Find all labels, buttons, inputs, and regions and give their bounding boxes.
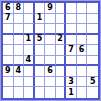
cell-r5c4[interactable] [35, 45, 46, 56]
cell-r6c5[interactable] [45, 56, 56, 67]
cell-r8c1[interactable] [3, 77, 14, 88]
cell-r6c3[interactable]: 4 [24, 56, 35, 67]
cell-r4c7[interactable] [66, 35, 77, 46]
cell-r7c7[interactable] [66, 66, 77, 77]
cell-r9c7[interactable]: 1 [66, 87, 77, 98]
cell-r2c6[interactable] [56, 14, 67, 25]
cell-r2c2[interactable] [14, 14, 25, 25]
cell-r3c4[interactable] [35, 24, 46, 35]
cell-r9c5[interactable] [45, 87, 56, 98]
cell-r7c8[interactable] [77, 66, 88, 77]
cell-r4c9[interactable] [87, 35, 98, 46]
cell-r3c7[interactable] [66, 24, 77, 35]
cell-r7c4[interactable] [35, 66, 46, 77]
cell-r3c8[interactable] [77, 24, 88, 35]
cell-r4c1[interactable] [3, 35, 14, 46]
cell-r4c6[interactable]: 2 [56, 35, 67, 46]
cell-r1c4[interactable] [35, 3, 46, 14]
cell-r6c2[interactable] [14, 56, 25, 67]
cell-r3c6[interactable] [56, 24, 67, 35]
cell-r2c9[interactable] [87, 14, 98, 25]
cell-r4c3[interactable]: 1 [24, 35, 35, 46]
cell-r1c3[interactable] [24, 3, 35, 14]
cell-r7c1[interactable]: 9 [3, 66, 14, 77]
cell-r1c7[interactable] [66, 3, 77, 14]
cell-r1c9[interactable] [87, 3, 98, 14]
cell-r1c2[interactable]: 8 [14, 3, 25, 14]
cell-r9c1[interactable] [3, 87, 14, 98]
cell-r5c1[interactable] [3, 45, 14, 56]
cell-r2c8[interactable] [77, 14, 88, 25]
cell-r9c6[interactable] [56, 87, 67, 98]
cell-r9c3[interactable] [24, 87, 35, 98]
cell-r3c9[interactable] [87, 24, 98, 35]
cell-r5c6[interactable] [56, 45, 67, 56]
cell-r8c5[interactable] [45, 77, 56, 88]
cell-r1c8[interactable] [77, 3, 88, 14]
cell-r1c1[interactable]: 6 [3, 3, 14, 14]
cell-r2c7[interactable] [66, 14, 77, 25]
cell-r4c4[interactable]: 5 [35, 35, 46, 46]
cell-r8c2[interactable] [14, 77, 25, 88]
cell-r2c5[interactable] [45, 14, 56, 25]
cell-r6c9[interactable] [87, 56, 98, 67]
cell-r2c4[interactable]: 1 [35, 14, 46, 25]
cell-r8c6[interactable] [56, 77, 67, 88]
cell-r5c2[interactable] [14, 45, 25, 56]
cell-r2c3[interactable] [24, 14, 35, 25]
cell-r7c5[interactable]: 6 [45, 66, 56, 77]
cell-r3c5[interactable] [45, 24, 56, 35]
sudoku-board: 68971152764946351 [1, 1, 100, 100]
cell-r4c5[interactable] [45, 35, 56, 46]
cell-r8c9[interactable]: 5 [87, 77, 98, 88]
cell-r8c8[interactable] [77, 77, 88, 88]
cell-r5c5[interactable] [45, 45, 56, 56]
cell-r5c9[interactable] [87, 45, 98, 56]
cell-r7c3[interactable] [24, 66, 35, 77]
cell-r7c9[interactable] [87, 66, 98, 77]
cell-r3c3[interactable] [24, 24, 35, 35]
cell-r6c8[interactable] [77, 56, 88, 67]
cell-r3c2[interactable] [14, 24, 25, 35]
cell-r9c2[interactable] [14, 87, 25, 98]
cell-r3c1[interactable] [3, 24, 14, 35]
cell-r8c3[interactable] [24, 77, 35, 88]
cell-r5c7[interactable]: 7 [66, 45, 77, 56]
cell-r6c4[interactable] [35, 56, 46, 67]
board-frame: 68971152764946351 [0, 0, 101, 101]
cell-r9c4[interactable] [35, 87, 46, 98]
cell-r6c1[interactable] [3, 56, 14, 67]
cell-r9c9[interactable] [87, 87, 98, 98]
cell-r4c2[interactable] [14, 35, 25, 46]
cell-r8c4[interactable] [35, 77, 46, 88]
cell-r6c7[interactable] [66, 56, 77, 67]
cell-r2c1[interactable]: 7 [3, 14, 14, 25]
cell-r1c6[interactable] [56, 3, 67, 14]
cell-r5c8[interactable]: 6 [77, 45, 88, 56]
cell-r9c8[interactable] [77, 87, 88, 98]
cell-r7c2[interactable]: 4 [14, 66, 25, 77]
cell-r1c5[interactable]: 9 [45, 3, 56, 14]
cell-r4c8[interactable] [77, 35, 88, 46]
cell-r7c6[interactable] [56, 66, 67, 77]
cell-r6c6[interactable] [56, 56, 67, 67]
cell-r8c7[interactable]: 3 [66, 77, 77, 88]
